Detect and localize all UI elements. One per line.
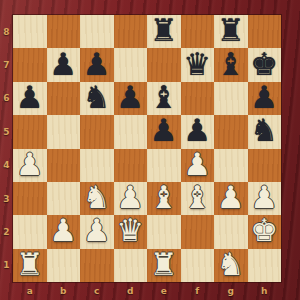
square-d4[interactable] [114,149,148,182]
square-e3[interactable]: ♝ [147,182,181,215]
square-b2[interactable]: ♟ [47,215,81,248]
rank-label-1: 1 [0,249,13,282]
black-knight[interactable]: ♞ [250,115,278,146]
file-label-h: h [248,282,282,300]
rank-label-7: 7 [0,48,13,81]
square-h5[interactable]: ♞ [248,115,282,148]
square-h3[interactable]: ♟ [248,182,282,215]
white-bishop[interactable]: ♝ [150,182,178,213]
white-pawn[interactable]: ♟ [83,215,111,246]
square-c8[interactable] [80,15,114,48]
black-king[interactable]: ♚ [250,49,278,80]
square-b3[interactable] [47,182,81,215]
white-pawn[interactable]: ♟ [16,149,44,180]
square-f2[interactable] [181,215,215,248]
square-f5[interactable]: ♟ [181,115,215,148]
square-f3[interactable]: ♝ [181,182,215,215]
black-bishop[interactable]: ♝ [150,82,178,113]
rank-label-5: 5 [0,115,13,148]
square-g5[interactable] [214,115,248,148]
square-a1[interactable]: ♜ [13,249,47,282]
square-c3[interactable]: ♞ [80,182,114,215]
rank-label-4: 4 [0,149,13,182]
square-a7[interactable] [13,48,47,81]
square-g3[interactable]: ♟ [214,182,248,215]
white-pawn[interactable]: ♟ [250,182,278,213]
chessboard: ♜♜♟♟♛♝♚♟♞♟♝♟♟♟♞♟♟♞♟♝♝♟♟♟♟♛♚♜♜♞ [13,15,281,282]
chessboard-frame: 87654321 ♜♜♟♟♛♝♚♟♞♟♝♟♟♟♞♟♟♞♟♝♝♟♟♟♟♛♚♜♜♞ … [0,0,300,300]
black-pawn[interactable]: ♟ [183,115,211,146]
black-bishop[interactable]: ♝ [217,49,245,80]
square-f6[interactable] [181,82,215,115]
square-a4[interactable]: ♟ [13,149,47,182]
black-pawn[interactable]: ♟ [250,82,278,113]
black-rook[interactable]: ♜ [217,15,245,46]
square-e6[interactable]: ♝ [147,82,181,115]
white-rook[interactable]: ♜ [16,249,44,280]
square-g8[interactable]: ♜ [214,15,248,48]
white-king[interactable]: ♚ [250,215,278,246]
square-h4[interactable] [248,149,282,182]
square-d8[interactable] [114,15,148,48]
white-pawn[interactable]: ♟ [183,149,211,180]
white-bishop[interactable]: ♝ [183,182,211,213]
rank-label-8: 8 [0,15,13,48]
square-d5[interactable] [114,115,148,148]
square-g1[interactable]: ♞ [214,249,248,282]
square-g6[interactable] [214,82,248,115]
square-b1[interactable] [47,249,81,282]
white-pawn[interactable]: ♟ [217,182,245,213]
square-e1[interactable]: ♜ [147,249,181,282]
square-f8[interactable] [181,15,215,48]
black-knight[interactable]: ♞ [83,82,111,113]
white-knight[interactable]: ♞ [217,249,245,280]
rank-label-3: 3 [0,182,13,215]
square-g7[interactable]: ♝ [214,48,248,81]
white-queen[interactable]: ♛ [116,215,144,246]
square-b4[interactable] [47,149,81,182]
file-label-a: a [13,282,47,300]
square-c7[interactable]: ♟ [80,48,114,81]
square-g2[interactable] [214,215,248,248]
file-label-e: e [147,282,181,300]
square-h8[interactable] [248,15,282,48]
square-e2[interactable] [147,215,181,248]
square-h1[interactable] [248,249,282,282]
black-pawn[interactable]: ♟ [16,82,44,113]
black-pawn[interactable]: ♟ [49,49,77,80]
square-c2[interactable]: ♟ [80,215,114,248]
square-f4[interactable]: ♟ [181,149,215,182]
square-e5[interactable]: ♟ [147,115,181,148]
black-pawn[interactable]: ♟ [83,49,111,80]
file-label-c: c [80,282,114,300]
black-rook[interactable]: ♜ [150,15,178,46]
square-d2[interactable]: ♛ [114,215,148,248]
square-a5[interactable] [13,115,47,148]
rank-label-6: 6 [0,82,13,115]
square-b8[interactable] [47,15,81,48]
square-c4[interactable] [80,149,114,182]
square-b7[interactable]: ♟ [47,48,81,81]
black-queen[interactable]: ♛ [183,49,211,80]
white-rook[interactable]: ♜ [150,249,178,280]
square-d3[interactable]: ♟ [114,182,148,215]
square-a8[interactable] [13,15,47,48]
square-d7[interactable] [114,48,148,81]
black-pawn[interactable]: ♟ [116,82,144,113]
square-e4[interactable] [147,149,181,182]
file-labels: abcdefgh [13,282,281,300]
file-label-g: g [214,282,248,300]
rank-labels: 87654321 [0,15,13,282]
file-label-d: d [114,282,148,300]
file-label-f: f [181,282,215,300]
file-label-b: b [47,282,81,300]
white-knight[interactable]: ♞ [83,182,111,213]
square-e8[interactable]: ♜ [147,15,181,48]
white-pawn[interactable]: ♟ [49,215,77,246]
square-c1[interactable] [80,249,114,282]
square-a6[interactable]: ♟ [13,82,47,115]
square-g4[interactable] [214,149,248,182]
square-h7[interactable]: ♚ [248,48,282,81]
square-b6[interactable] [47,82,81,115]
square-e7[interactable] [147,48,181,81]
square-b5[interactable] [47,115,81,148]
square-a2[interactable] [13,215,47,248]
square-f7[interactable]: ♛ [181,48,215,81]
square-f1[interactable] [181,249,215,282]
white-pawn[interactable]: ♟ [116,182,144,213]
square-a3[interactable] [13,182,47,215]
square-c6[interactable]: ♞ [80,82,114,115]
black-pawn[interactable]: ♟ [150,115,178,146]
rank-label-2: 2 [0,215,13,248]
square-h2[interactable]: ♚ [248,215,282,248]
square-c5[interactable] [80,115,114,148]
square-h6[interactable]: ♟ [248,82,282,115]
square-d6[interactable]: ♟ [114,82,148,115]
square-d1[interactable] [114,249,148,282]
